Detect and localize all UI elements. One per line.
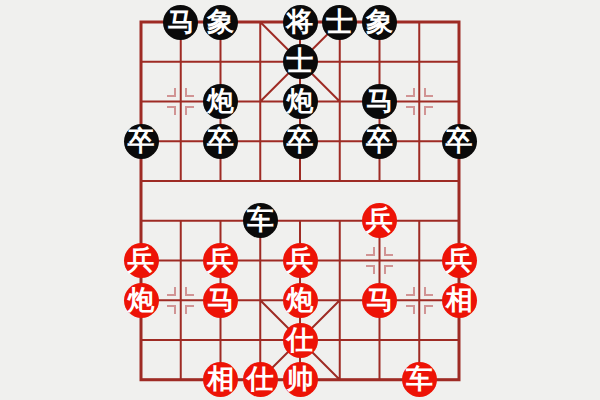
point-marker — [406, 88, 433, 115]
point-marker — [167, 287, 194, 314]
piece-black-chariot[interactable]: 车 — [243, 203, 278, 238]
piece-red-pawn[interactable]: 兵 — [442, 243, 477, 278]
piece-black-pawn[interactable]: 卒 — [124, 124, 159, 159]
piece-red-pawn[interactable]: 兵 — [124, 243, 159, 278]
piece-black-pawn[interactable]: 卒 — [442, 124, 477, 159]
piece-black-horse[interactable]: 马 — [163, 5, 198, 40]
piece-black-elephant[interactable]: 象 — [362, 5, 397, 40]
piece-red-horse[interactable]: 马 — [362, 283, 397, 318]
piece-red-elephant[interactable]: 相 — [442, 283, 477, 318]
piece-black-general[interactable]: 将 — [283, 5, 318, 40]
piece-red-cannon[interactable]: 炮 — [283, 283, 318, 318]
piece-red-advisor[interactable]: 仕 — [243, 362, 278, 397]
piece-red-pawn[interactable]: 兵 — [203, 243, 238, 278]
point-marker — [167, 88, 194, 115]
point-marker — [406, 287, 433, 314]
piece-red-elephant[interactable]: 相 — [203, 362, 238, 397]
piece-black-pawn[interactable]: 卒 — [203, 124, 238, 159]
piece-black-pawn[interactable]: 卒 — [362, 124, 397, 159]
xiangqi-board[interactable]: 马象将士象士炮炮马卒卒卒卒卒车兵兵兵兵兵炮马炮马相仕相仕帅车 — [121, 2, 479, 400]
piece-red-cannon[interactable]: 炮 — [124, 283, 159, 318]
piece-red-general[interactable]: 帅 — [283, 362, 318, 397]
piece-red-chariot[interactable]: 车 — [402, 362, 437, 397]
piece-red-advisor[interactable]: 仕 — [283, 323, 318, 358]
piece-red-horse[interactable]: 马 — [203, 283, 238, 318]
piece-black-advisor[interactable]: 士 — [283, 44, 318, 79]
piece-red-pawn[interactable]: 兵 — [283, 243, 318, 278]
piece-black-cannon[interactable]: 炮 — [203, 84, 238, 119]
xiangqi-board-area: 马象将士象士炮炮马卒卒卒卒卒车兵兵兵兵兵炮马炮马相仕相仕帅车 — [0, 0, 600, 400]
piece-black-cannon[interactable]: 炮 — [283, 84, 318, 119]
piece-red-pawn[interactable]: 兵 — [362, 203, 397, 238]
point-marker — [366, 247, 393, 274]
piece-black-advisor[interactable]: 士 — [322, 5, 357, 40]
piece-black-elephant[interactable]: 象 — [203, 5, 238, 40]
piece-black-horse[interactable]: 马 — [362, 84, 397, 119]
piece-black-pawn[interactable]: 卒 — [283, 124, 318, 159]
